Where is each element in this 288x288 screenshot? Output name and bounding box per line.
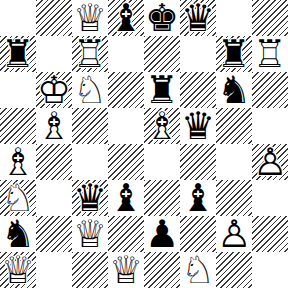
piece-glyph: ♗	[144, 108, 180, 144]
square-e5[interactable]: ♝♗	[144, 108, 180, 144]
square-f1[interactable]: ♞♘	[180, 252, 216, 288]
piece-halo: ♝	[144, 108, 180, 144]
piece-halo: ♛	[108, 252, 144, 288]
piece-halo: ♞	[72, 72, 108, 108]
piece-halo: ♜	[144, 72, 180, 108]
piece-halo: ♞	[0, 180, 36, 216]
piece-glyph: ♞	[216, 72, 252, 108]
piece-halo: ♜	[0, 36, 36, 72]
square-b6[interactable]: ♚♔	[36, 72, 72, 108]
square-f7[interactable]	[180, 36, 216, 72]
square-c7[interactable]: ♜♖	[72, 36, 108, 72]
white-rook-icon: ♜♖	[72, 36, 108, 72]
square-c1[interactable]	[72, 252, 108, 288]
square-c2[interactable]: ♛♕	[72, 216, 108, 252]
piece-halo: ♞	[180, 252, 216, 288]
square-d8[interactable]: ♝♝	[108, 0, 144, 36]
square-d7[interactable]	[108, 36, 144, 72]
square-a4[interactable]: ♝♗	[0, 144, 36, 180]
piece-halo: ♞	[216, 72, 252, 108]
piece-glyph: ♕	[108, 252, 144, 288]
piece-halo: ♚	[144, 0, 180, 36]
black-bishop-icon: ♝♝	[180, 180, 216, 216]
black-queen-icon: ♛♛	[72, 180, 108, 216]
black-bishop-icon: ♝♝	[108, 0, 144, 36]
white-bishop-icon: ♝♗	[0, 144, 36, 180]
square-a2[interactable]: ♞♞	[0, 216, 36, 252]
piece-glyph: ♙	[252, 144, 288, 180]
square-a6[interactable]	[0, 72, 36, 108]
white-knight-icon: ♞♘	[0, 180, 36, 216]
square-h8[interactable]	[252, 0, 288, 36]
piece-halo: ♝	[108, 0, 144, 36]
black-knight-icon: ♞♞	[0, 216, 36, 252]
square-g2[interactable]: ♟♙	[216, 216, 252, 252]
piece-glyph: ♞	[0, 216, 36, 252]
square-f6[interactable]	[180, 72, 216, 108]
black-rook-icon: ♜♜	[144, 72, 180, 108]
piece-glyph: ♛	[180, 108, 216, 144]
piece-halo: ♛	[72, 216, 108, 252]
square-h7[interactable]: ♜♖	[252, 36, 288, 72]
square-e2[interactable]: ♟♟	[144, 216, 180, 252]
piece-glyph: ♘	[180, 252, 216, 288]
white-rook-icon: ♜♖	[252, 36, 288, 72]
piece-glyph: ♙	[216, 216, 252, 252]
piece-glyph: ♝	[108, 180, 144, 216]
piece-glyph: ♕	[72, 0, 108, 36]
square-a1[interactable]: ♛♕	[0, 252, 36, 288]
square-d5[interactable]	[108, 108, 144, 144]
piece-glyph: ♖	[72, 36, 108, 72]
square-f4[interactable]	[180, 144, 216, 180]
black-pawn-icon: ♟♟	[144, 216, 180, 252]
piece-glyph: ♚	[144, 0, 180, 36]
piece-halo: ♟	[144, 216, 180, 252]
square-d6[interactable]	[108, 72, 144, 108]
square-a7[interactable]: ♜♜	[0, 36, 36, 72]
piece-glyph: ♖	[252, 36, 288, 72]
piece-glyph: ♛	[72, 180, 108, 216]
piece-halo: ♜	[252, 36, 288, 72]
piece-halo: ♚	[36, 72, 72, 108]
square-d4[interactable]	[108, 144, 144, 180]
white-queen-icon: ♛♕	[108, 252, 144, 288]
black-rook-icon: ♜♜	[0, 36, 36, 72]
white-pawn-icon: ♟♙	[216, 216, 252, 252]
piece-glyph: ♕	[0, 252, 36, 288]
square-b7[interactable]	[36, 36, 72, 72]
square-h6[interactable]	[252, 72, 288, 108]
square-g8[interactable]	[216, 0, 252, 36]
square-d3[interactable]: ♝♝	[108, 180, 144, 216]
piece-halo: ♛	[0, 252, 36, 288]
piece-halo: ♝	[108, 180, 144, 216]
square-h4[interactable]: ♟♙	[252, 144, 288, 180]
square-g3[interactable]	[216, 180, 252, 216]
square-c4[interactable]	[72, 144, 108, 180]
piece-glyph: ♘	[0, 180, 36, 216]
square-b8[interactable]	[36, 0, 72, 36]
piece-glyph: ♜	[144, 72, 180, 108]
piece-halo: ♝	[36, 108, 72, 144]
piece-halo: ♛	[72, 0, 108, 36]
piece-halo: ♜	[72, 36, 108, 72]
piece-glyph: ♔	[36, 72, 72, 108]
white-king-icon: ♚♔	[36, 72, 72, 108]
square-c6[interactable]: ♞♘	[72, 72, 108, 108]
piece-halo: ♛	[180, 108, 216, 144]
piece-glyph: ♝	[108, 0, 144, 36]
black-queen-icon: ♛♛	[180, 108, 216, 144]
square-a8[interactable]	[0, 0, 36, 36]
square-e8[interactable]: ♚♚	[144, 0, 180, 36]
square-b3[interactable]	[36, 180, 72, 216]
white-knight-icon: ♞♘	[180, 252, 216, 288]
square-f3[interactable]: ♝♝	[180, 180, 216, 216]
piece-halo: ♝	[0, 144, 36, 180]
square-d2[interactable]	[108, 216, 144, 252]
square-g6[interactable]: ♞♞	[216, 72, 252, 108]
piece-glyph: ♗	[36, 108, 72, 144]
piece-glyph: ♕	[72, 216, 108, 252]
white-queen-icon: ♛♕	[72, 216, 108, 252]
white-queen-icon: ♛♕	[72, 0, 108, 36]
square-b1[interactable]	[36, 252, 72, 288]
white-knight-icon: ♞♘	[72, 72, 108, 108]
square-g4[interactable]	[216, 144, 252, 180]
black-rook-icon: ♜♜	[216, 36, 252, 72]
piece-glyph: ♝	[180, 180, 216, 216]
square-d1[interactable]: ♛♕	[108, 252, 144, 288]
square-c3[interactable]: ♛♛	[72, 180, 108, 216]
square-h5[interactable]	[252, 108, 288, 144]
square-g1[interactable]	[216, 252, 252, 288]
square-b5[interactable]: ♝♗	[36, 108, 72, 144]
square-a5[interactable]	[0, 108, 36, 144]
piece-glyph: ♗	[0, 144, 36, 180]
piece-halo: ♟	[216, 216, 252, 252]
square-e6[interactable]: ♜♜	[144, 72, 180, 108]
piece-halo: ♝	[180, 180, 216, 216]
square-g7[interactable]: ♜♜	[216, 36, 252, 72]
black-king-icon: ♚♚	[144, 0, 180, 36]
square-e7[interactable]	[144, 36, 180, 72]
white-pawn-icon: ♟♙	[252, 144, 288, 180]
piece-halo: ♜	[216, 36, 252, 72]
piece-halo: ♟	[252, 144, 288, 180]
square-a3[interactable]: ♞♘	[0, 180, 36, 216]
square-c8[interactable]: ♛♕	[72, 0, 108, 36]
square-f5[interactable]: ♛♛	[180, 108, 216, 144]
square-h3[interactable]	[252, 180, 288, 216]
square-h2[interactable]	[252, 216, 288, 252]
square-e4[interactable]	[144, 144, 180, 180]
chess-board: ♛♕♝♝♚♚♛♛♜♜♜♖♜♜♜♖♚♔♞♘♜♜♞♞♝♗♝♗♛♛♝♗♟♙♞♘♛♛♝♝…	[0, 0, 288, 288]
piece-halo: ♛	[180, 0, 216, 36]
square-f2[interactable]	[180, 216, 216, 252]
white-bishop-icon: ♝♗	[144, 108, 180, 144]
piece-glyph: ♛	[180, 0, 216, 36]
black-bishop-icon: ♝♝	[108, 180, 144, 216]
white-bishop-icon: ♝♗	[36, 108, 72, 144]
black-knight-icon: ♞♞	[216, 72, 252, 108]
white-queen-icon: ♛♕	[0, 252, 36, 288]
black-queen-icon: ♛♛	[180, 0, 216, 36]
piece-glyph: ♘	[72, 72, 108, 108]
piece-halo: ♛	[72, 180, 108, 216]
square-g5[interactable]	[216, 108, 252, 144]
square-b4[interactable]	[36, 144, 72, 180]
piece-glyph: ♜	[0, 36, 36, 72]
square-c5[interactable]	[72, 108, 108, 144]
square-e3[interactable]	[144, 180, 180, 216]
piece-glyph: ♟	[144, 216, 180, 252]
piece-glyph: ♜	[216, 36, 252, 72]
piece-halo: ♞	[0, 216, 36, 252]
square-b2[interactable]	[36, 216, 72, 252]
square-e1[interactable]	[144, 252, 180, 288]
square-f8[interactable]: ♛♛	[180, 0, 216, 36]
square-h1[interactable]	[252, 252, 288, 288]
